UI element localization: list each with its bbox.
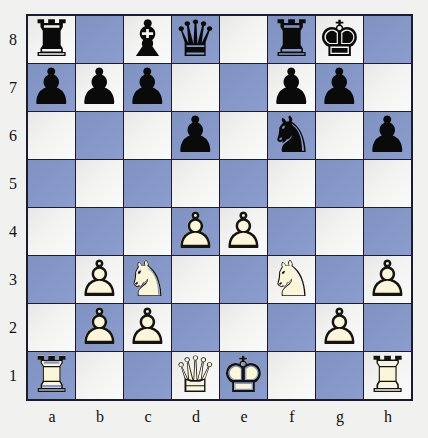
black-rook[interactable]: ♜ bbox=[28, 16, 75, 63]
square-a7[interactable]: ♟ bbox=[28, 64, 75, 111]
rank-label-4: 4 bbox=[0, 208, 26, 256]
pawn-outline-icon: ♙ bbox=[317, 302, 362, 352]
white-pawn[interactable]: ♟♙ bbox=[76, 304, 123, 351]
square-g1[interactable] bbox=[316, 352, 363, 399]
square-g3[interactable] bbox=[316, 256, 363, 303]
square-h5[interactable] bbox=[364, 160, 411, 207]
square-d7[interactable] bbox=[172, 64, 219, 111]
pawn-icon: ♟ bbox=[125, 62, 170, 112]
file-label-e: e bbox=[220, 408, 268, 426]
file-labels: abcdefgh bbox=[28, 408, 428, 426]
chess-board: ♜♝♛♜♚♟♟♟♟♟♟♞♟♟♙♟♙♟♙♞♘♞♘♟♙♟♙♟♙♟♙♜♖♛♕♚♔♜♖ bbox=[26, 14, 413, 401]
black-pawn[interactable]: ♟ bbox=[364, 112, 411, 159]
square-c3[interactable]: ♞♘ bbox=[124, 256, 171, 303]
white-pawn[interactable]: ♟♙ bbox=[316, 304, 363, 351]
square-e3[interactable] bbox=[220, 256, 267, 303]
black-queen[interactable]: ♛ bbox=[172, 16, 219, 63]
rank-label-6: 6 bbox=[0, 112, 26, 160]
square-c1[interactable] bbox=[124, 352, 171, 399]
rook-icon: ♜ bbox=[29, 14, 74, 64]
square-e2[interactable] bbox=[220, 304, 267, 351]
pawn-outline-icon: ♙ bbox=[365, 254, 410, 304]
square-d6[interactable]: ♟ bbox=[172, 112, 219, 159]
square-d5[interactable] bbox=[172, 160, 219, 207]
square-f4[interactable] bbox=[268, 208, 315, 255]
white-knight[interactable]: ♞♘ bbox=[124, 256, 171, 303]
square-a8[interactable]: ♜ bbox=[28, 16, 75, 63]
square-a4[interactable] bbox=[28, 208, 75, 255]
queen-icon: ♛ bbox=[173, 14, 218, 64]
square-c4[interactable] bbox=[124, 208, 171, 255]
pawn-icon: ♟ bbox=[29, 62, 74, 112]
square-c5[interactable] bbox=[124, 160, 171, 207]
black-pawn[interactable]: ♟ bbox=[316, 64, 363, 111]
pawn-icon: ♟ bbox=[269, 62, 314, 112]
black-knight[interactable]: ♞ bbox=[268, 112, 315, 159]
square-c7[interactable]: ♟ bbox=[124, 64, 171, 111]
square-f5[interactable] bbox=[268, 160, 315, 207]
square-f1[interactable] bbox=[268, 352, 315, 399]
square-g5[interactable] bbox=[316, 160, 363, 207]
chess-diagram: 87654321 ♜♝♛♜♚♟♟♟♟♟♟♞♟♟♙♟♙♟♙♞♘♞♘♟♙♟♙♟♙♟♙… bbox=[0, 0, 428, 426]
square-b5[interactable] bbox=[76, 160, 123, 207]
pawn-outline-icon: ♙ bbox=[173, 206, 218, 256]
black-rook[interactable]: ♜ bbox=[268, 16, 315, 63]
square-f2[interactable] bbox=[268, 304, 315, 351]
square-e5[interactable] bbox=[220, 160, 267, 207]
rank-label-2: 2 bbox=[0, 304, 26, 352]
square-d3[interactable] bbox=[172, 256, 219, 303]
square-c2[interactable]: ♟♙ bbox=[124, 304, 171, 351]
square-e6[interactable] bbox=[220, 112, 267, 159]
square-a1[interactable]: ♜♖ bbox=[28, 352, 75, 399]
white-pawn[interactable]: ♟♙ bbox=[364, 256, 411, 303]
square-h8[interactable] bbox=[364, 16, 411, 63]
square-a5[interactable] bbox=[28, 160, 75, 207]
black-pawn[interactable]: ♟ bbox=[268, 64, 315, 111]
square-h2[interactable] bbox=[364, 304, 411, 351]
square-c8[interactable]: ♝ bbox=[124, 16, 171, 63]
file-label-g: g bbox=[316, 408, 364, 426]
square-b2[interactable]: ♟♙ bbox=[76, 304, 123, 351]
square-e7[interactable] bbox=[220, 64, 267, 111]
pawn-outline-icon: ♙ bbox=[125, 302, 170, 352]
square-b6[interactable] bbox=[76, 112, 123, 159]
black-pawn[interactable]: ♟ bbox=[172, 112, 219, 159]
square-d2[interactable] bbox=[172, 304, 219, 351]
white-pawn[interactable]: ♟♙ bbox=[220, 208, 267, 255]
square-d8[interactable]: ♛ bbox=[172, 16, 219, 63]
square-f7[interactable]: ♟ bbox=[268, 64, 315, 111]
square-h1[interactable]: ♜♖ bbox=[364, 352, 411, 399]
file-label-h: h bbox=[364, 408, 412, 426]
pawn-outline-icon: ♙ bbox=[77, 302, 122, 352]
rook-icon: ♜ bbox=[269, 14, 314, 64]
rank-label-3: 3 bbox=[0, 256, 26, 304]
pawn-icon: ♟ bbox=[173, 110, 218, 160]
white-pawn[interactable]: ♟♙ bbox=[172, 208, 219, 255]
square-e4[interactable]: ♟♙ bbox=[220, 208, 267, 255]
white-king[interactable]: ♚♔ bbox=[220, 352, 267, 399]
square-h4[interactable] bbox=[364, 208, 411, 255]
square-b3[interactable]: ♟♙ bbox=[76, 256, 123, 303]
black-pawn[interactable]: ♟ bbox=[124, 64, 171, 111]
square-a3[interactable] bbox=[28, 256, 75, 303]
black-king[interactable]: ♚ bbox=[316, 16, 363, 63]
pawn-icon: ♟ bbox=[365, 110, 410, 160]
square-g2[interactable]: ♟♙ bbox=[316, 304, 363, 351]
square-b7[interactable]: ♟ bbox=[76, 64, 123, 111]
king-outline-icon: ♔ bbox=[221, 350, 266, 400]
rook-outline-icon: ♖ bbox=[29, 350, 74, 400]
rank-labels: 87654321 bbox=[0, 16, 26, 400]
square-g4[interactable] bbox=[316, 208, 363, 255]
file-label-f: f bbox=[268, 408, 316, 426]
pawn-outline-icon: ♙ bbox=[221, 206, 266, 256]
king-icon: ♚ bbox=[317, 14, 362, 64]
knight-outline-icon: ♘ bbox=[269, 254, 314, 304]
square-g6[interactable] bbox=[316, 112, 363, 159]
square-f8[interactable]: ♜ bbox=[268, 16, 315, 63]
file-label-b: b bbox=[76, 408, 124, 426]
rank-label-1: 1 bbox=[0, 352, 26, 400]
square-c6[interactable] bbox=[124, 112, 171, 159]
file-label-a: a bbox=[28, 408, 76, 426]
file-label-c: c bbox=[124, 408, 172, 426]
square-f3[interactable]: ♞♘ bbox=[268, 256, 315, 303]
square-d1[interactable]: ♛♕ bbox=[172, 352, 219, 399]
queen-outline-icon: ♕ bbox=[173, 350, 218, 400]
black-pawn[interactable]: ♟ bbox=[76, 64, 123, 111]
rank-label-5: 5 bbox=[0, 160, 26, 208]
square-a6[interactable] bbox=[28, 112, 75, 159]
knight-outline-icon: ♘ bbox=[125, 254, 170, 304]
square-h6[interactable]: ♟ bbox=[364, 112, 411, 159]
knight-icon: ♞ bbox=[269, 110, 314, 160]
square-e8[interactable] bbox=[220, 16, 267, 63]
white-pawn[interactable]: ♟♙ bbox=[124, 304, 171, 351]
square-g8[interactable]: ♚ bbox=[316, 16, 363, 63]
square-b8[interactable] bbox=[76, 16, 123, 63]
rank-label-7: 7 bbox=[0, 64, 26, 112]
square-h7[interactable] bbox=[364, 64, 411, 111]
square-g7[interactable]: ♟ bbox=[316, 64, 363, 111]
square-b1[interactable] bbox=[76, 352, 123, 399]
white-rook[interactable]: ♜♖ bbox=[28, 352, 75, 399]
white-pawn[interactable]: ♟♙ bbox=[76, 256, 123, 303]
square-f6[interactable]: ♞ bbox=[268, 112, 315, 159]
square-b4[interactable] bbox=[76, 208, 123, 255]
black-pawn[interactable]: ♟ bbox=[28, 64, 75, 111]
bishop-icon: ♝ bbox=[125, 14, 170, 64]
black-bishop[interactable]: ♝ bbox=[124, 16, 171, 63]
square-e1[interactable]: ♚♔ bbox=[220, 352, 267, 399]
square-a2[interactable] bbox=[28, 304, 75, 351]
white-knight[interactable]: ♞♘ bbox=[268, 256, 315, 303]
white-rook[interactable]: ♜♖ bbox=[364, 352, 411, 399]
rank-label-8: 8 bbox=[0, 16, 26, 64]
pawn-outline-icon: ♙ bbox=[77, 254, 122, 304]
pawn-icon: ♟ bbox=[317, 62, 362, 112]
pawn-icon: ♟ bbox=[77, 62, 122, 112]
square-h3[interactable]: ♟♙ bbox=[364, 256, 411, 303]
square-d4[interactable]: ♟♙ bbox=[172, 208, 219, 255]
rook-outline-icon: ♖ bbox=[365, 350, 410, 400]
white-queen[interactable]: ♛♕ bbox=[172, 352, 219, 399]
file-label-d: d bbox=[172, 408, 220, 426]
